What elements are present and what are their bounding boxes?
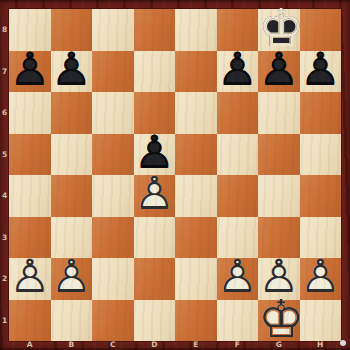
piece-black-pawn[interactable]: ♟♙ <box>217 51 259 93</box>
piece-white-pawn[interactable]: ♟♙ <box>51 258 93 300</box>
square-a6[interactable] <box>9 92 51 134</box>
square-g7[interactable]: ♟♙ <box>258 51 300 93</box>
chess-board-frame: 87654321 ♚♔♟♙♟♙♟♙♟♙♟♙♟♙♟♙♟♙♟♙♟♙♟♙♟♙♚♔ AB… <box>0 0 350 350</box>
rank-label-2: 2 <box>0 258 9 300</box>
rank-label-6: 6 <box>0 92 9 134</box>
rank-label-5: 5 <box>0 134 9 176</box>
square-d3[interactable] <box>134 217 176 259</box>
pawn-glyph-outline: ♙ <box>9 255 51 297</box>
square-a4[interactable] <box>9 175 51 217</box>
square-d1[interactable] <box>134 300 176 342</box>
square-f4[interactable] <box>217 175 259 217</box>
square-a1[interactable] <box>9 300 51 342</box>
square-d4[interactable]: ♟♙ <box>134 175 176 217</box>
square-b1[interactable] <box>51 300 93 342</box>
file-label-e: E <box>175 340 217 350</box>
pawn-glyph-outline: ♙ <box>217 255 259 297</box>
square-a7[interactable]: ♟♙ <box>9 51 51 93</box>
square-g1[interactable]: ♚♔ <box>258 300 300 342</box>
file-label-f: F <box>217 340 259 350</box>
square-b7[interactable]: ♟♙ <box>51 51 93 93</box>
piece-white-pawn[interactable]: ♟♙ <box>217 258 259 300</box>
file-label-a: A <box>9 340 51 350</box>
square-e5[interactable] <box>175 134 217 176</box>
square-h2[interactable]: ♟♙ <box>300 258 342 300</box>
square-h6[interactable] <box>300 92 342 134</box>
square-e2[interactable] <box>175 258 217 300</box>
square-f5[interactable] <box>217 134 259 176</box>
square-d7[interactable] <box>134 51 176 93</box>
square-c8[interactable] <box>92 9 134 51</box>
rank-label-8: 8 <box>0 9 9 51</box>
rank-labels: 87654321 <box>0 9 9 341</box>
rank-label-7: 7 <box>0 51 9 93</box>
square-a5[interactable] <box>9 134 51 176</box>
square-f1[interactable] <box>217 300 259 342</box>
square-e1[interactable] <box>175 300 217 342</box>
piece-white-pawn[interactable]: ♟♙ <box>9 258 51 300</box>
square-h4[interactable] <box>300 175 342 217</box>
file-label-h: H <box>300 340 342 350</box>
file-labels: ABCDEFGH <box>9 340 341 350</box>
rank-label-4: 4 <box>0 175 9 217</box>
square-b2[interactable]: ♟♙ <box>51 258 93 300</box>
piece-white-pawn[interactable]: ♟♙ <box>300 258 342 300</box>
pawn-glyph-outline: ♙ <box>217 48 259 90</box>
square-f7[interactable]: ♟♙ <box>217 51 259 93</box>
chess-board[interactable]: ♚♔♟♙♟♙♟♙♟♙♟♙♟♙♟♙♟♙♟♙♟♙♟♙♟♙♚♔ <box>9 9 341 341</box>
square-c2[interactable] <box>92 258 134 300</box>
square-e7[interactable] <box>175 51 217 93</box>
square-c5[interactable] <box>92 134 134 176</box>
piece-black-pawn[interactable]: ♟♙ <box>51 51 93 93</box>
rank-label-1: 1 <box>0 300 9 342</box>
square-e4[interactable] <box>175 175 217 217</box>
pawn-glyph-outline: ♙ <box>51 48 93 90</box>
piece-black-pawn[interactable]: ♟♙ <box>258 51 300 93</box>
piece-black-pawn[interactable]: ♟♙ <box>9 51 51 93</box>
square-h7[interactable]: ♟♙ <box>300 51 342 93</box>
square-e3[interactable] <box>175 217 217 259</box>
square-b4[interactable] <box>51 175 93 217</box>
pawn-glyph-outline: ♙ <box>300 255 342 297</box>
square-a2[interactable]: ♟♙ <box>9 258 51 300</box>
file-label-d: D <box>134 340 176 350</box>
rank-label-3: 3 <box>0 217 9 259</box>
square-d8[interactable] <box>134 9 176 51</box>
piece-white-pawn[interactable]: ♟♙ <box>134 175 176 217</box>
file-label-c: C <box>92 340 134 350</box>
square-e6[interactable] <box>175 92 217 134</box>
square-g4[interactable] <box>258 175 300 217</box>
pawn-glyph-outline: ♙ <box>300 48 342 90</box>
square-b6[interactable] <box>51 92 93 134</box>
square-h5[interactable] <box>300 134 342 176</box>
square-f6[interactable] <box>217 92 259 134</box>
square-c6[interactable] <box>92 92 134 134</box>
square-b5[interactable] <box>51 134 93 176</box>
square-c1[interactable] <box>92 300 134 342</box>
square-f2[interactable]: ♟♙ <box>217 258 259 300</box>
corner-dot <box>340 340 346 346</box>
square-c7[interactable] <box>92 51 134 93</box>
pawn-glyph-outline: ♙ <box>9 48 51 90</box>
file-label-b: B <box>51 340 93 350</box>
pawn-glyph-outline: ♙ <box>258 48 300 90</box>
square-g6[interactable] <box>258 92 300 134</box>
square-d2[interactable] <box>134 258 176 300</box>
square-e8[interactable] <box>175 9 217 51</box>
file-label-g: G <box>258 340 300 350</box>
piece-white-king[interactable]: ♚♔ <box>258 300 300 342</box>
square-c4[interactable] <box>92 175 134 217</box>
square-c3[interactable] <box>92 217 134 259</box>
square-h1[interactable] <box>300 300 342 342</box>
square-g5[interactable] <box>258 134 300 176</box>
piece-black-pawn[interactable]: ♟♙ <box>300 51 342 93</box>
pawn-glyph-outline: ♙ <box>134 172 176 214</box>
king-glyph-outline: ♔ <box>258 298 300 340</box>
pawn-glyph-outline: ♙ <box>51 255 93 297</box>
